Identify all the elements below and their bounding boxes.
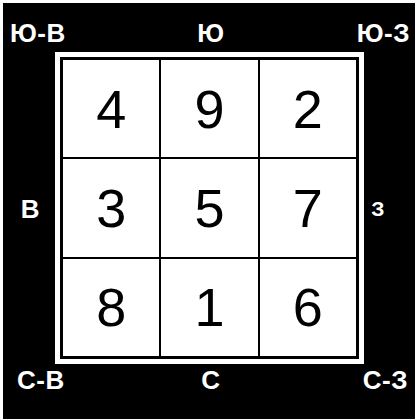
cell-r1c2: 9 <box>161 60 257 157</box>
compass-label-northwest: С-З <box>363 367 408 393</box>
compass-label-southwest: Ю-З <box>357 20 410 46</box>
magic-square-board: 4 9 2 3 5 7 8 1 6 <box>55 52 364 364</box>
cell-r2c2: 5 <box>161 159 257 256</box>
cell-r3c3: 6 <box>260 259 356 356</box>
compass-label-northeast: С-В <box>17 367 65 393</box>
cell-r2c1: 3 <box>63 159 159 256</box>
cell-r2c3: 7 <box>260 159 356 256</box>
cell-r3c1: 8 <box>63 259 159 356</box>
magic-square-diagram: Ю-В Ю Ю-З В З С-В С С-З 4 9 2 3 5 7 8 1 … <box>0 0 415 419</box>
cell-r1c3: 2 <box>260 60 356 157</box>
compass-label-north: С <box>61 367 361 393</box>
compass-label-south: Ю <box>61 20 361 46</box>
cell-r3c2: 1 <box>161 259 257 356</box>
magic-square-grid: 4 9 2 3 5 7 8 1 6 <box>60 57 359 359</box>
compass-label-east: В <box>3 196 58 222</box>
compass-label-southeast: Ю-В <box>10 20 66 46</box>
cell-r1c1: 4 <box>63 60 159 157</box>
compass-label-west: З <box>362 198 394 219</box>
